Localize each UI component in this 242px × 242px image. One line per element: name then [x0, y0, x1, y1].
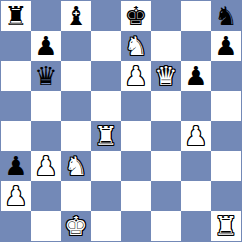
black-pawn[interactable]: ♟: [181, 61, 211, 91]
square-a4[interactable]: [1, 121, 31, 151]
square-f1[interactable]: [151, 211, 181, 241]
square-c5[interactable]: [61, 91, 91, 121]
white-pawn[interactable]: ♟: [1, 181, 31, 211]
square-e4[interactable]: [121, 121, 151, 151]
square-a6[interactable]: [1, 61, 31, 91]
white-king[interactable]: ♚: [61, 211, 91, 241]
white-pawn[interactable]: ♟: [121, 61, 151, 91]
square-c6[interactable]: [61, 61, 91, 91]
square-a7[interactable]: [1, 31, 31, 61]
white-rook[interactable]: ♜: [91, 121, 121, 151]
square-e8[interactable]: ♚: [121, 1, 151, 31]
square-g2[interactable]: [181, 181, 211, 211]
black-bishop[interactable]: ♝: [61, 1, 91, 31]
black-queen[interactable]: ♛: [31, 61, 61, 91]
square-c3[interactable]: ♞: [61, 151, 91, 181]
square-g3[interactable]: [181, 151, 211, 181]
square-d7[interactable]: [91, 31, 121, 61]
square-d3[interactable]: [91, 151, 121, 181]
square-h6[interactable]: [211, 61, 241, 91]
square-h5[interactable]: [211, 91, 241, 121]
square-h8[interactable]: ♞: [211, 1, 241, 31]
square-d2[interactable]: [91, 181, 121, 211]
square-g5[interactable]: [181, 91, 211, 121]
square-b2[interactable]: [31, 181, 61, 211]
square-b1[interactable]: [31, 211, 61, 241]
square-d4[interactable]: ♜: [91, 121, 121, 151]
square-d6[interactable]: [91, 61, 121, 91]
square-e2[interactable]: [121, 181, 151, 211]
black-king[interactable]: ♚: [121, 1, 151, 31]
square-h3[interactable]: [211, 151, 241, 181]
square-h2[interactable]: [211, 181, 241, 211]
square-b6[interactable]: ♛: [31, 61, 61, 91]
square-a2[interactable]: ♟: [1, 181, 31, 211]
square-a8[interactable]: ♜: [1, 1, 31, 31]
square-e1[interactable]: [121, 211, 151, 241]
square-h7[interactable]: ♟: [211, 31, 241, 61]
square-f4[interactable]: [151, 121, 181, 151]
square-g8[interactable]: [181, 1, 211, 31]
square-b7[interactable]: ♟: [31, 31, 61, 61]
square-c2[interactable]: [61, 181, 91, 211]
square-c4[interactable]: [61, 121, 91, 151]
white-knight[interactable]: ♞: [121, 31, 151, 61]
white-queen[interactable]: ♛: [151, 61, 181, 91]
square-b8[interactable]: [31, 1, 61, 31]
black-rook[interactable]: ♜: [1, 1, 31, 31]
square-f8[interactable]: [151, 1, 181, 31]
chess-board: ♜♝♚♞♟♞♟♛♟♛♟♜♟♟♟♞♟♚♜: [0, 0, 242, 242]
square-b5[interactable]: [31, 91, 61, 121]
square-c1[interactable]: ♚: [61, 211, 91, 241]
square-a5[interactable]: [1, 91, 31, 121]
square-b4[interactable]: [31, 121, 61, 151]
black-pawn[interactable]: ♟: [31, 31, 61, 61]
square-f5[interactable]: [151, 91, 181, 121]
square-f7[interactable]: [151, 31, 181, 61]
white-pawn[interactable]: ♟: [31, 151, 61, 181]
square-h1[interactable]: ♜: [211, 211, 241, 241]
square-g1[interactable]: [181, 211, 211, 241]
square-a1[interactable]: [1, 211, 31, 241]
square-b3[interactable]: ♟: [31, 151, 61, 181]
black-pawn[interactable]: ♟: [1, 151, 31, 181]
square-d8[interactable]: [91, 1, 121, 31]
white-knight[interactable]: ♞: [61, 151, 91, 181]
black-pawn[interactable]: ♟: [211, 31, 241, 61]
white-pawn[interactable]: ♟: [181, 121, 211, 151]
square-d5[interactable]: [91, 91, 121, 121]
square-e3[interactable]: [121, 151, 151, 181]
square-g4[interactable]: ♟: [181, 121, 211, 151]
white-rook[interactable]: ♜: [211, 211, 241, 241]
square-e6[interactable]: ♟: [121, 61, 151, 91]
square-h4[interactable]: [211, 121, 241, 151]
square-a3[interactable]: ♟: [1, 151, 31, 181]
square-f6[interactable]: ♛: [151, 61, 181, 91]
square-d1[interactable]: [91, 211, 121, 241]
square-f3[interactable]: [151, 151, 181, 181]
square-g7[interactable]: [181, 31, 211, 61]
square-c7[interactable]: [61, 31, 91, 61]
square-c8[interactable]: ♝: [61, 1, 91, 31]
square-e5[interactable]: [121, 91, 151, 121]
square-f2[interactable]: [151, 181, 181, 211]
square-g6[interactable]: ♟: [181, 61, 211, 91]
black-knight[interactable]: ♞: [211, 1, 241, 31]
square-e7[interactable]: ♞: [121, 31, 151, 61]
